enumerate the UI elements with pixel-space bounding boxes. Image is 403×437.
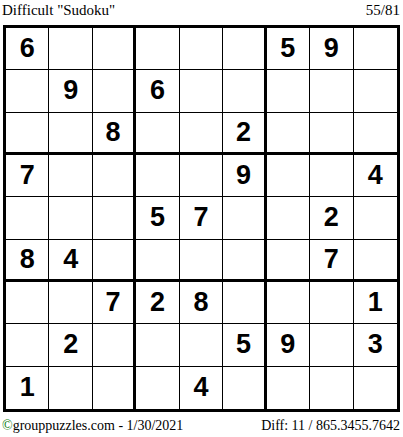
cell-r1c8: 9 <box>310 28 353 70</box>
sudoku-board: 65996827945728477281259314 <box>3 25 400 412</box>
cell-r5c7 <box>267 197 310 239</box>
cell-r7c1 <box>6 282 49 324</box>
cell-r4c5 <box>180 155 223 197</box>
cell-r3c3: 8 <box>93 113 136 155</box>
cell-r1c9 <box>354 28 397 70</box>
cell-r9c4 <box>136 367 179 409</box>
cell-r3c8 <box>310 113 353 155</box>
cell-r9c6 <box>223 367 266 409</box>
difficulty-text: Diff: 11 / 865.3455.7642 <box>261 418 400 434</box>
cell-r8c8 <box>310 324 353 366</box>
cell-r6c6 <box>223 240 266 282</box>
cell-r8c5 <box>180 324 223 366</box>
cell-r3c2 <box>49 113 92 155</box>
cell-r5c9 <box>354 197 397 239</box>
cell-r2c7 <box>267 70 310 112</box>
cell-r9c2 <box>49 367 92 409</box>
cell-r2c6 <box>223 70 266 112</box>
cell-r8c9: 3 <box>354 324 397 366</box>
cell-r3c7 <box>267 113 310 155</box>
cell-r9c1: 1 <box>6 367 49 409</box>
cell-r2c3 <box>93 70 136 112</box>
cell-r2c1 <box>6 70 49 112</box>
cell-r5c6 <box>223 197 266 239</box>
cell-r8c4 <box>136 324 179 366</box>
cell-r5c4: 5 <box>136 197 179 239</box>
cell-r3c1 <box>6 113 49 155</box>
copyright-icon: © <box>2 418 13 433</box>
cell-r1c3 <box>93 28 136 70</box>
cell-r8c6: 5 <box>223 324 266 366</box>
cell-r8c2: 2 <box>49 324 92 366</box>
cell-r7c9: 1 <box>354 282 397 324</box>
cell-r8c7: 9 <box>267 324 310 366</box>
cell-r7c4: 2 <box>136 282 179 324</box>
cell-r6c9 <box>354 240 397 282</box>
cell-r6c7 <box>267 240 310 282</box>
cell-r1c1: 6 <box>6 28 49 70</box>
cell-r3c5 <box>180 113 223 155</box>
cell-r4c8 <box>310 155 353 197</box>
cell-r6c3 <box>93 240 136 282</box>
cell-r4c4 <box>136 155 179 197</box>
cell-r9c5: 4 <box>180 367 223 409</box>
cell-r1c7: 5 <box>267 28 310 70</box>
copyright-text: grouppuzzles.com - 1/30/2021 <box>13 418 184 433</box>
cell-r6c1: 8 <box>6 240 49 282</box>
cell-r6c4 <box>136 240 179 282</box>
cell-r9c8 <box>310 367 353 409</box>
cell-r3c9 <box>354 113 397 155</box>
cell-r4c3 <box>93 155 136 197</box>
cell-r5c3 <box>93 197 136 239</box>
cell-r3c4 <box>136 113 179 155</box>
cell-r5c1 <box>6 197 49 239</box>
cell-r1c5 <box>180 28 223 70</box>
cell-r7c3: 7 <box>93 282 136 324</box>
cell-r2c4: 6 <box>136 70 179 112</box>
cell-r7c7 <box>267 282 310 324</box>
cell-r4c2 <box>49 155 92 197</box>
cell-r2c8 <box>310 70 353 112</box>
cell-r4c6: 9 <box>223 155 266 197</box>
cell-r4c7 <box>267 155 310 197</box>
cell-r7c2 <box>49 282 92 324</box>
cell-r1c4 <box>136 28 179 70</box>
cell-r3c6: 2 <box>223 113 266 155</box>
progress-counter: 55/81 <box>366 2 400 19</box>
cell-r7c6 <box>223 282 266 324</box>
cell-r8c3 <box>93 324 136 366</box>
cell-r2c9 <box>354 70 397 112</box>
cell-r6c5 <box>180 240 223 282</box>
cell-r9c9 <box>354 367 397 409</box>
cell-r5c2 <box>49 197 92 239</box>
cell-r5c5: 7 <box>180 197 223 239</box>
cell-r5c8: 2 <box>310 197 353 239</box>
cell-r9c3 <box>93 367 136 409</box>
cell-r1c2 <box>49 28 92 70</box>
cell-r6c2: 4 <box>49 240 92 282</box>
cell-r2c2: 9 <box>49 70 92 112</box>
cell-r4c9: 4 <box>354 155 397 197</box>
cell-r7c8 <box>310 282 353 324</box>
copyright-line: ©grouppuzzles.com - 1/30/2021 <box>2 418 183 434</box>
page-title: Difficult "Sudoku" <box>2 2 115 19</box>
cell-r7c5: 8 <box>180 282 223 324</box>
cell-r9c7 <box>267 367 310 409</box>
cell-r2c5 <box>180 70 223 112</box>
cell-r1c6 <box>223 28 266 70</box>
cell-r4c1: 7 <box>6 155 49 197</box>
cell-r6c8: 7 <box>310 240 353 282</box>
cell-r8c1 <box>6 324 49 366</box>
